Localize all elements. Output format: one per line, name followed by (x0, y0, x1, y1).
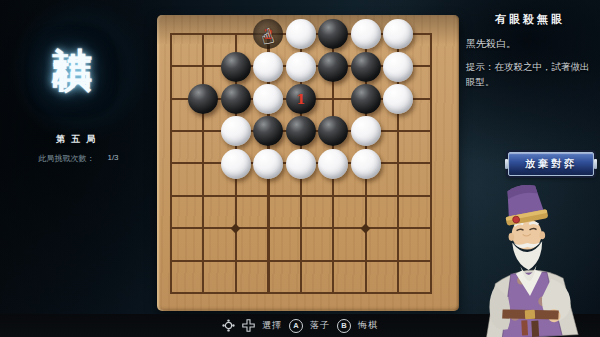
black-stone (221, 52, 251, 82)
black-stone: 1 (286, 84, 316, 114)
a-hint-label: 落子 (310, 319, 330, 332)
white-stone (221, 116, 251, 146)
white-stone (253, 84, 283, 114)
puzzle-title: 有眼殺無眼 (462, 12, 598, 27)
white-stone (221, 149, 251, 179)
last-move-number: 1 (286, 84, 316, 114)
black-stone (318, 19, 348, 49)
give-up-button[interactable]: 放棄對弈 (508, 152, 594, 176)
nav-hint-label: 選擇 (262, 319, 282, 332)
white-stone (351, 116, 381, 146)
white-stone (351, 149, 381, 179)
white-stone (318, 149, 348, 179)
black-stone (286, 116, 316, 146)
white-stone (383, 84, 413, 114)
attempts-label: 此局挑戰次數： (38, 153, 94, 164)
dpad-icon (242, 319, 255, 332)
black-stone (318, 116, 348, 146)
puzzle-mode-title: 詰棋 (46, 14, 101, 26)
b-hint-label: 悔棋 (358, 319, 378, 332)
white-stone (286, 52, 316, 82)
stones-grid: 2☝1 (154, 18, 447, 310)
black-stone (221, 84, 251, 114)
black-stone (351, 84, 381, 114)
puzzle-task: 黑先殺白。 (466, 37, 516, 51)
white-stone (286, 149, 316, 179)
white-stone (383, 52, 413, 82)
white-stone (253, 149, 283, 179)
go-board[interactable]: 2☝1 (157, 15, 459, 311)
white-stone (351, 19, 381, 49)
puzzle-hint: 提示：在攻殺之中，試著做出眼型。 (466, 59, 597, 89)
b-button-icon: B (337, 319, 351, 333)
attempts-counter: 此局挑戰次數： 1/3 (0, 153, 157, 164)
black-stone (351, 52, 381, 82)
game-screen: 詰棋 第五局 此局挑戰次數： 1/3 2☝1 有眼殺無眼 黑先殺白。 提示：在攻… (0, 0, 600, 337)
white-stone (383, 19, 413, 49)
ghost-stone-cursor[interactable]: 2☝ (253, 19, 283, 49)
black-stone (318, 52, 348, 82)
npc-character (460, 176, 600, 337)
black-stone (188, 84, 218, 114)
a-button-icon: A (289, 319, 303, 333)
attempts-value: 1/3 (107, 153, 118, 164)
left-stick-icon (222, 319, 235, 332)
white-stone (286, 19, 316, 49)
round-label: 第五局 (0, 133, 157, 146)
black-stone (253, 116, 283, 146)
white-stone (253, 52, 283, 82)
ink-splash-decoration (6, 0, 156, 200)
